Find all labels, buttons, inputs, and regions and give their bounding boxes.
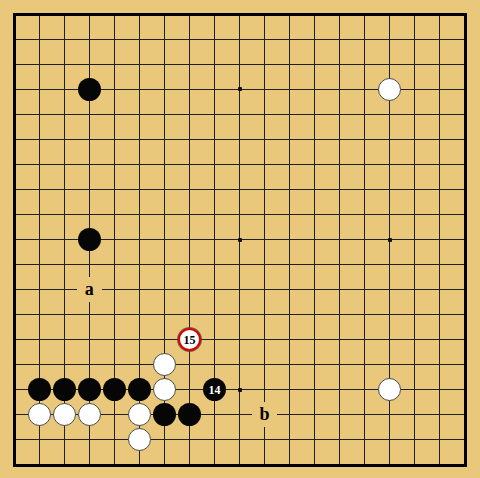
stone-white-c3 bbox=[53, 403, 76, 426]
stone-black-f4 bbox=[128, 378, 151, 401]
stone-black-c4 bbox=[53, 378, 76, 401]
point-label-a: a bbox=[77, 277, 102, 302]
stone-black-d4 bbox=[78, 378, 101, 401]
star-point bbox=[388, 238, 392, 242]
star-point bbox=[238, 87, 242, 91]
stone-black-d16 bbox=[78, 78, 101, 101]
stone-white-h6: 15 bbox=[178, 328, 201, 351]
stone-black-b4 bbox=[28, 378, 51, 401]
stone-white-d3 bbox=[78, 403, 101, 426]
stone-white-b3 bbox=[28, 403, 51, 426]
stone-black-d10 bbox=[78, 228, 101, 251]
point-label-b: b bbox=[252, 402, 277, 427]
stone-white-q16 bbox=[378, 78, 401, 101]
stone-black-e4 bbox=[103, 378, 126, 401]
star-point bbox=[238, 388, 242, 392]
stone-white-g4 bbox=[153, 378, 176, 401]
stone-white-g5 bbox=[153, 353, 176, 376]
go-board[interactable]: ab1415 bbox=[0, 0, 480, 478]
star-point bbox=[238, 238, 242, 242]
